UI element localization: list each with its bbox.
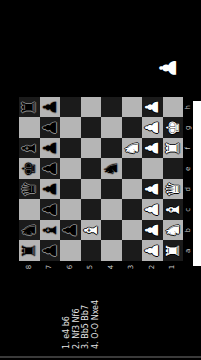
piece-white-rook[interactable]: ♜	[164, 243, 182, 259]
square-a4[interactable]	[101, 241, 122, 262]
square-h4[interactable]	[101, 97, 122, 118]
piece-white-pawn[interactable]: ♟	[143, 140, 161, 156]
square-a5[interactable]	[81, 241, 102, 262]
square-c8[interactable]	[19, 200, 40, 221]
piece-white-queen[interactable]: ♛	[164, 181, 182, 197]
square-g7[interactable]: ♟	[40, 118, 61, 139]
square-a7[interactable]: ♟	[40, 241, 61, 262]
square-a1[interactable]: ♜	[163, 241, 184, 262]
square-f2[interactable]: ♟	[142, 138, 163, 159]
piece-white-pawn[interactable]: ♟	[143, 222, 161, 238]
square-f8[interactable]: ♝	[19, 138, 40, 159]
chess-board[interactable]: ♜♞♛♚♝♜♟♝♟♟♟♟♟♟♟♝♞♞♟♟♟♟♟♟♟♜♞♝♛♜♚	[19, 97, 183, 261]
rank-label-8: 8	[19, 262, 40, 272]
square-b5[interactable]: ♝	[81, 220, 102, 241]
piece-black-queen[interactable]: ♛	[20, 181, 38, 197]
piece-white-pawn[interactable]: ♟	[143, 181, 161, 197]
square-g3[interactable]	[122, 118, 143, 139]
square-h7[interactable]: ♟	[40, 97, 61, 118]
file-label-g: g	[183, 118, 193, 139]
square-b6[interactable]: ♟	[60, 220, 81, 241]
piece-white-pawn[interactable]: ♟	[143, 99, 161, 115]
move-line-4[interactable]: 4. O-O Nxe4	[91, 300, 101, 349]
file-label-d: d	[183, 179, 193, 200]
piece-white-pawn[interactable]: ♟	[143, 120, 161, 136]
square-g1[interactable]: ♚	[163, 118, 184, 139]
square-f1[interactable]: ♜	[163, 138, 184, 159]
square-d5[interactable]	[81, 179, 102, 200]
piece-black-bishop[interactable]: ♝	[41, 222, 59, 238]
square-b2[interactable]: ♟	[142, 220, 163, 241]
square-e5[interactable]	[81, 159, 102, 180]
piece-white-king[interactable]: ♚	[164, 120, 182, 136]
square-c6[interactable]	[60, 200, 81, 221]
screen-edge-line	[0, 356, 201, 358]
square-h3[interactable]	[122, 97, 143, 118]
rank-label-1: 1	[163, 262, 184, 272]
file-label-c: c	[183, 200, 193, 221]
square-g5[interactable]	[81, 118, 102, 139]
square-d4[interactable]	[101, 179, 122, 200]
file-label-b: b	[183, 220, 193, 241]
square-d8[interactable]: ♛	[19, 179, 40, 200]
square-f7[interactable]: ♟	[40, 138, 61, 159]
square-c1[interactable]: ♝	[163, 200, 184, 221]
square-a8[interactable]: ♜	[19, 241, 40, 262]
square-c5[interactable]	[81, 200, 102, 221]
file-label-h: h	[183, 97, 193, 118]
square-a6[interactable]	[60, 241, 81, 262]
square-b3[interactable]	[122, 220, 143, 241]
square-c3[interactable]	[122, 200, 143, 221]
square-f5[interactable]	[81, 138, 102, 159]
square-f3[interactable]: ♞	[122, 138, 143, 159]
piece-black-pawn[interactable]: ♟	[41, 181, 59, 197]
square-h2[interactable]: ♟	[142, 97, 163, 118]
square-c7[interactable]: ♟	[40, 200, 61, 221]
file-label-a: a	[183, 241, 193, 262]
move-line-2[interactable]: 2. Nf3 Nf6	[72, 300, 82, 349]
piece-black-rook[interactable]: ♜	[20, 99, 38, 115]
square-d6[interactable]	[60, 179, 81, 200]
square-e2[interactable]	[142, 159, 163, 180]
square-c4[interactable]	[101, 200, 122, 221]
piece-white-bishop[interactable]: ♝	[82, 222, 100, 238]
square-e6[interactable]	[60, 159, 81, 180]
move-line-3[interactable]: 3. Bb5 Bb7	[81, 300, 91, 349]
piece-black-king[interactable]: ♚	[20, 161, 38, 177]
screenshot-viewport: 1. e4 b62. Nf3 Nf63. Bb5 Bb74. O-O Nxe4 …	[0, 0, 201, 360]
square-b4[interactable]	[101, 220, 122, 241]
square-g4[interactable]	[101, 118, 122, 139]
piece-black-pawn[interactable]: ♟	[41, 120, 59, 136]
square-e8[interactable]: ♚	[19, 159, 40, 180]
square-e4[interactable]: ♞	[101, 159, 122, 180]
rank-labels: 87654321	[19, 262, 183, 272]
square-h5[interactable]	[81, 97, 102, 118]
piece-white-knight[interactable]: ♞	[164, 222, 182, 238]
move-list: 1. e4 b62. Nf3 Nf63. Bb5 Bb74. O-O Nxe4	[62, 300, 101, 349]
square-d1[interactable]: ♛	[163, 179, 184, 200]
square-d7[interactable]: ♟	[40, 179, 61, 200]
piece-white-pawn[interactable]: ♟	[143, 243, 161, 259]
file-label-e: e	[183, 159, 193, 180]
bottom-white-bar	[193, 101, 201, 266]
piece-black-pawn[interactable]: ♟	[61, 222, 79, 238]
square-h1[interactable]	[163, 97, 184, 118]
square-b7[interactable]: ♝	[40, 220, 61, 241]
square-g8[interactable]	[19, 118, 40, 139]
chess-app-screen: 1. e4 b62. Nf3 Nf63. Bb5 Bb74. O-O Nxe4 …	[0, 0, 201, 360]
piece-white-bishop[interactable]: ♝	[164, 202, 182, 218]
captured-pieces-tray: ♟	[154, 54, 182, 82]
piece-black-pawn[interactable]: ♟	[41, 140, 59, 156]
square-c2[interactable]: ♟	[142, 200, 163, 221]
square-b8[interactable]: ♞	[19, 220, 40, 241]
square-d3[interactable]	[122, 179, 143, 200]
piece-white-knight[interactable]: ♞	[123, 140, 141, 156]
square-b1[interactable]: ♞	[163, 220, 184, 241]
rank-label-7: 7	[40, 262, 61, 272]
square-e3[interactable]	[122, 159, 143, 180]
rank-label-5: 5	[81, 262, 102, 272]
captured-white-pawn: ♟	[157, 58, 180, 79]
square-h8[interactable]: ♜	[19, 97, 40, 118]
rank-label-4: 4	[101, 262, 122, 272]
piece-white-pawn[interactable]: ♟	[143, 202, 161, 218]
square-e1[interactable]	[163, 159, 184, 180]
square-e7[interactable]: ♟	[40, 159, 61, 180]
file-labels: abcdefgh	[183, 97, 193, 261]
piece-black-pawn[interactable]: ♟	[41, 202, 59, 218]
square-f4[interactable]	[101, 138, 122, 159]
square-a3[interactable]	[122, 241, 143, 262]
move-line-1[interactable]: 1. e4 b6	[62, 300, 72, 349]
square-g6[interactable]	[60, 118, 81, 139]
square-g2[interactable]: ♟	[142, 118, 163, 139]
piece-black-bishop[interactable]: ♝	[20, 140, 38, 156]
piece-black-pawn[interactable]: ♟	[41, 99, 59, 115]
square-f6[interactable]	[60, 138, 81, 159]
rank-label-6: 6	[60, 262, 81, 272]
square-h6[interactable]	[60, 97, 81, 118]
rank-label-2: 2	[142, 262, 163, 272]
square-d2[interactable]: ♟	[142, 179, 163, 200]
piece-black-knight[interactable]: ♞	[102, 161, 120, 177]
piece-black-knight[interactable]: ♞	[20, 222, 38, 238]
piece-white-rook[interactable]: ♜	[164, 140, 182, 156]
piece-black-pawn[interactable]: ♟	[41, 243, 59, 259]
piece-black-rook[interactable]: ♜	[20, 243, 38, 259]
file-label-f: f	[183, 138, 193, 159]
piece-black-pawn[interactable]: ♟	[41, 161, 59, 177]
square-a2[interactable]: ♟	[142, 241, 163, 262]
rank-label-3: 3	[122, 262, 143, 272]
